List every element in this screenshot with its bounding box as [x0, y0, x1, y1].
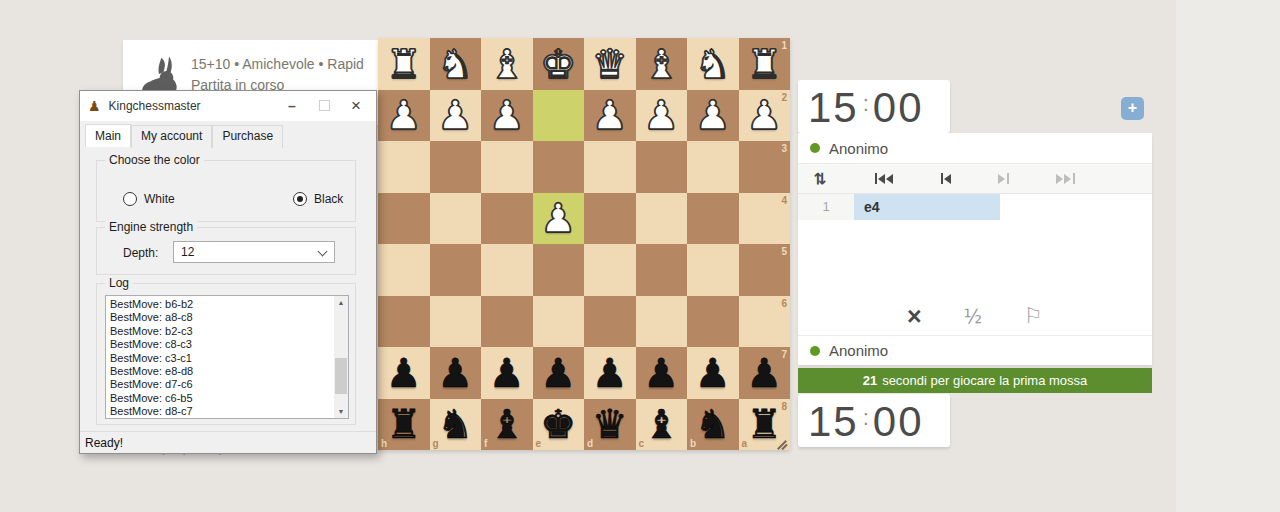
- white-bishop: ♝: [481, 38, 533, 90]
- file-label: g: [433, 438, 439, 449]
- white-pawn: ♟: [481, 90, 533, 142]
- black-pawn: ♟: [533, 347, 585, 399]
- rank-label: 7: [781, 349, 787, 360]
- square-f4[interactable]: [481, 193, 533, 245]
- square-h7[interactable]: ♟: [378, 347, 430, 399]
- square-g4[interactable]: [430, 193, 482, 245]
- square-a3[interactable]: 3: [739, 141, 791, 193]
- square-d1[interactable]: ♛: [584, 38, 636, 90]
- square-f6[interactable]: [481, 296, 533, 348]
- window-title-bar[interactable]: ♟ Kingchessmaster – ×: [80, 91, 376, 121]
- clock-separator: :: [863, 91, 869, 116]
- square-d3[interactable]: [584, 141, 636, 193]
- square-h4[interactable]: [378, 193, 430, 245]
- close-button[interactable]: ×: [340, 96, 372, 116]
- black-pawn: ♟: [687, 347, 739, 399]
- rank-label: 6: [781, 298, 787, 309]
- next-move-button[interactable]: [998, 173, 1010, 184]
- online-indicator-icon: [810, 143, 820, 153]
- log-entry: BestMove: a8-c8: [110, 311, 348, 324]
- log-entry: BestMove: b6-b2: [110, 298, 348, 311]
- white-pawn: ♟: [378, 90, 430, 142]
- white-king: ♚: [533, 38, 585, 90]
- cycle-icon: ⇄: [811, 172, 830, 185]
- depth-value: 12: [181, 245, 194, 259]
- online-indicator-icon: [810, 346, 820, 356]
- log-entry: BestMove: d7-c6: [110, 378, 348, 391]
- square-g7[interactable]: ♟: [430, 347, 482, 399]
- game-actions: × ½ ⚐: [798, 297, 1152, 335]
- radio-white-label: White: [144, 192, 175, 206]
- square-f7[interactable]: ♟: [481, 347, 533, 399]
- player-bottom: Anonimo: [798, 335, 1152, 365]
- move-panel: Anonimo ⇄ 1e4 × ½ ⚐ Anonimo: [798, 133, 1152, 365]
- radio-black[interactable]: Black: [293, 192, 343, 206]
- square-a2[interactable]: ♟2: [739, 90, 791, 142]
- player-bottom-name: Anonimo: [829, 342, 888, 359]
- square-e1[interactable]: ♚: [533, 38, 585, 90]
- square-e7[interactable]: ♟: [533, 347, 585, 399]
- white-knight: ♞: [430, 38, 482, 90]
- white-rook: ♜: [378, 38, 430, 90]
- square-h2[interactable]: ♟: [378, 90, 430, 142]
- banner-text: secondi per giocare la prima mossa: [882, 373, 1087, 388]
- square-e5[interactable]: [533, 244, 585, 296]
- minimize-button[interactable]: –: [276, 98, 308, 114]
- kingchessmaster-window: ♟ Kingchessmaster – × Main My account Pu…: [79, 90, 377, 454]
- log-entry: BestMove: c6-b5: [110, 392, 348, 405]
- log-entry: BestMove: b2-c3: [110, 325, 348, 338]
- square-b6[interactable]: [687, 296, 739, 348]
- maximize-button[interactable]: [308, 98, 340, 114]
- file-label: c: [639, 438, 645, 449]
- square-d5[interactable]: [584, 244, 636, 296]
- log-scrollbar[interactable]: ▲ ▼: [334, 296, 348, 418]
- file-label: d: [587, 438, 593, 449]
- square-c3[interactable]: [636, 141, 688, 193]
- square-c6[interactable]: [636, 296, 688, 348]
- clock-separator: :: [863, 405, 869, 430]
- square-d2[interactable]: ♟: [584, 90, 636, 142]
- square-g6[interactable]: [430, 296, 482, 348]
- choose-color-group: Choose the color White Black: [96, 160, 356, 222]
- rank-label: 4: [781, 195, 787, 206]
- app-pawn-icon: ♟: [88, 99, 101, 113]
- black-pawn: ♟: [430, 347, 482, 399]
- log-group: Log BestMove: b6-b2BestMove: a8-c8BestMo…: [96, 283, 356, 425]
- chevron-down-icon: [318, 247, 328, 257]
- player-top-name: Anonimo: [829, 140, 888, 157]
- dialog-body: Main My account Purchase Choose the colo…: [80, 121, 376, 431]
- window-title: Kingchessmaster: [109, 99, 276, 113]
- rank-label: 1: [781, 40, 787, 51]
- log-entry: BestMove: c8-c3: [110, 338, 348, 351]
- white-pawn: ♟: [687, 90, 739, 142]
- draw-offer-button[interactable]: ½: [964, 307, 982, 326]
- group-label: Choose the color: [105, 153, 204, 167]
- white-pawn: ♟: [533, 193, 585, 245]
- white-knight: ♞: [687, 38, 739, 90]
- black-pawn: ♟: [481, 347, 533, 399]
- white-pawn: ♟: [430, 90, 482, 142]
- square-h1[interactable]: ♜: [378, 38, 430, 90]
- square-e4[interactable]: ♟: [533, 193, 585, 245]
- square-a7[interactable]: ♟7: [739, 347, 791, 399]
- square-h3[interactable]: [378, 141, 430, 193]
- square-b2[interactable]: ♟: [687, 90, 739, 142]
- file-label: b: [690, 438, 696, 449]
- group-label: Log: [105, 276, 133, 290]
- square-d4[interactable]: [584, 193, 636, 245]
- banner-count: 21: [863, 373, 877, 388]
- radio-black-label: Black: [314, 192, 343, 206]
- previous-move-button[interactable]: [940, 173, 952, 184]
- square-b5[interactable]: [687, 244, 739, 296]
- top-clock: 15:00: [798, 80, 950, 133]
- tab-strip: Main My account Purchase: [85, 125, 283, 148]
- white-queen: ♛: [584, 38, 636, 90]
- status-text: Ready!: [85, 436, 123, 450]
- square-c7[interactable]: ♟: [636, 347, 688, 399]
- chess-board[interactable]: ♜♞♝♚♛♝♞♜1♟♟♟♟♟♟♟23♟456♟♟♟♟♟♟♟♟7♜h♞g♝f♚e♛…: [378, 38, 790, 450]
- tab-main[interactable]: Main: [85, 124, 131, 147]
- square-a1[interactable]: ♜1: [739, 38, 791, 90]
- rank-label: 3: [781, 143, 787, 154]
- square-e3[interactable]: [533, 141, 585, 193]
- move-san[interactable]: e4: [854, 194, 1000, 220]
- square-b7[interactable]: ♟: [687, 347, 739, 399]
- file-label: e: [536, 438, 542, 449]
- square-e2[interactable]: [533, 90, 585, 142]
- last-move-button[interactable]: [1056, 173, 1076, 184]
- file-label: f: [484, 438, 487, 449]
- clock-minutes: 15: [808, 398, 859, 445]
- scrollbar-thumb[interactable]: [335, 358, 347, 394]
- square-c8[interactable]: ♝c: [636, 399, 688, 451]
- square-c4[interactable]: [636, 193, 688, 245]
- clock-seconds: 00: [873, 398, 924, 445]
- log-listbox[interactable]: BestMove: b6-b2BestMove: a8-c8BestMove: …: [105, 295, 349, 419]
- square-f3[interactable]: [481, 141, 533, 193]
- clock-seconds: 00: [873, 84, 924, 131]
- resign-flag-icon[interactable]: ⚐: [1024, 306, 1043, 327]
- square-g1[interactable]: ♞: [430, 38, 482, 90]
- scroll-up-icon[interactable]: ▲: [334, 296, 348, 309]
- log-entry: BestMove: e8-d8: [110, 365, 348, 378]
- square-g3[interactable]: [430, 141, 482, 193]
- square-c5[interactable]: [636, 244, 688, 296]
- white-pawn: ♟: [636, 90, 688, 142]
- file-label: a: [742, 438, 748, 449]
- move-list: 1e4: [798, 194, 1152, 220]
- square-g2[interactable]: ♟: [430, 90, 482, 142]
- square-e6[interactable]: [533, 296, 585, 348]
- square-a6[interactable]: 6: [739, 296, 791, 348]
- group-label: Engine strength: [105, 220, 197, 234]
- rank-label: 8: [781, 401, 787, 412]
- desktop: 15+10 • Amichevole • Rapid Partita in co…: [0, 0, 1280, 512]
- black-pawn: ♟: [636, 347, 688, 399]
- white-pawn: ♟: [584, 90, 636, 142]
- square-d6[interactable]: [584, 296, 636, 348]
- tab-purchase[interactable]: Purchase: [212, 125, 283, 148]
- square-d8[interactable]: ♛d: [584, 399, 636, 451]
- square-h6[interactable]: [378, 296, 430, 348]
- cycle-button[interactable]: ⇄: [814, 169, 827, 188]
- first-move-banner: 21 secondi per giocare la prima mossa: [798, 368, 1152, 393]
- square-f2[interactable]: ♟: [481, 90, 533, 142]
- square-f8[interactable]: ♝f: [481, 399, 533, 451]
- radio-circle-icon: [123, 192, 137, 206]
- square-b4[interactable]: [687, 193, 739, 245]
- square-a5[interactable]: 5: [739, 244, 791, 296]
- square-e8[interactable]: ♚e: [533, 399, 585, 451]
- move-number: 1: [798, 194, 854, 220]
- clock-minutes: 15: [808, 84, 859, 131]
- move-list-empty-area: [798, 220, 1152, 297]
- scroll-down-icon[interactable]: ▼: [334, 405, 348, 418]
- depth-select[interactable]: 12: [173, 241, 335, 263]
- log-entry: BestMove: d8-c7: [110, 405, 348, 418]
- depth-label: Depth:: [123, 246, 158, 260]
- abort-button[interactable]: ×: [907, 304, 922, 329]
- log-entry: BestMove: c3-c1: [110, 352, 348, 365]
- radio-circle-icon: [293, 192, 307, 206]
- square-g8[interactable]: ♞g: [430, 399, 482, 451]
- rank-label: 2: [781, 92, 787, 103]
- player-top: Anonimo: [798, 133, 1152, 164]
- square-b1[interactable]: ♞: [687, 38, 739, 90]
- square-b8[interactable]: ♞b: [687, 399, 739, 451]
- board-resize-grip[interactable]: [775, 435, 789, 449]
- time-control-text: 15+10 • Amichevole • Rapid: [191, 54, 364, 75]
- black-pawn: ♟: [378, 347, 430, 399]
- white-bishop: ♝: [636, 38, 688, 90]
- tab-my-account[interactable]: My account: [131, 125, 212, 148]
- engine-strength-group: Engine strength Depth: 12: [96, 227, 356, 275]
- black-bishop: ♝: [481, 399, 533, 451]
- bottom-clock: 15:00: [798, 394, 950, 447]
- rank-label: 5: [781, 246, 787, 257]
- square-f5[interactable]: [481, 244, 533, 296]
- more-time-button[interactable]: +: [1121, 97, 1144, 120]
- square-d7[interactable]: ♟: [584, 347, 636, 399]
- square-c1[interactable]: ♝: [636, 38, 688, 90]
- square-f1[interactable]: ♝: [481, 38, 533, 90]
- background-band: [1176, 0, 1280, 512]
- replay-controls: ⇄: [798, 164, 1152, 194]
- first-move-button[interactable]: [874, 173, 894, 184]
- square-b3[interactable]: [687, 141, 739, 193]
- square-a4[interactable]: 4: [739, 193, 791, 245]
- square-c2[interactable]: ♟: [636, 90, 688, 142]
- black-pawn: ♟: [584, 347, 636, 399]
- square-g5[interactable]: [430, 244, 482, 296]
- status-bar: Ready!: [80, 431, 376, 453]
- maximize-icon: [319, 100, 330, 111]
- square-h5[interactable]: [378, 244, 430, 296]
- radio-white[interactable]: White: [123, 192, 175, 206]
